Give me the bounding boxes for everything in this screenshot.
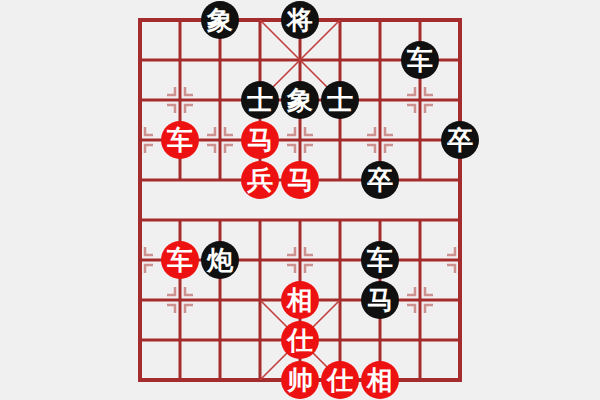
piece-black-chariot[interactable]: 车 (401, 41, 439, 79)
piece-red-advisor[interactable]: 仕 (281, 321, 319, 359)
board-point: 卒 (440, 120, 480, 160)
board-point: 卒 (360, 160, 400, 200)
piece-black-chariot[interactable]: 车 (361, 241, 399, 279)
piece-black-general[interactable]: 将 (281, 1, 319, 39)
board-point: 士 (320, 80, 360, 120)
board-point: 士 (240, 80, 280, 120)
board-point: 帅 (280, 360, 320, 400)
piece-red-general[interactable]: 帅 (281, 361, 319, 399)
piece-red-horse[interactable]: 马 (241, 121, 279, 159)
board-point: 仕 (280, 320, 320, 360)
board-point: 相 (280, 280, 320, 320)
piece-red-chariot[interactable]: 车 (161, 121, 199, 159)
piece-black-horse[interactable]: 马 (361, 281, 399, 319)
piece-red-soldier[interactable]: 兵 (241, 161, 279, 199)
piece-red-horse[interactable]: 马 (281, 161, 319, 199)
piece-black-soldier[interactable]: 卒 (441, 121, 479, 159)
board-point: 马 (240, 120, 280, 160)
piece-black-advisor[interactable]: 士 (321, 81, 359, 119)
board-point: 炮 (200, 240, 240, 280)
board-point: 车 (400, 40, 440, 80)
board-point: 仕 (320, 360, 360, 400)
piece-black-soldier[interactable]: 卒 (361, 161, 399, 199)
board-point: 车 (160, 240, 200, 280)
board-point: 相 (360, 360, 400, 400)
board-point: 象 (200, 0, 240, 40)
piece-red-advisor[interactable]: 仕 (321, 361, 359, 399)
board-point: 车 (360, 240, 400, 280)
piece-red-elephant[interactable]: 相 (361, 361, 399, 399)
piece-red-elephant[interactable]: 相 (281, 281, 319, 319)
piece-black-cannon[interactable]: 炮 (201, 241, 239, 279)
piece-black-elephant[interactable]: 象 (201, 1, 239, 39)
board-point: 马 (280, 160, 320, 200)
board-point: 象 (280, 80, 320, 120)
board-pieces-grid: 象将车士象士车马卒兵马卒车炮车相马仕帅仕相 (120, 0, 480, 400)
board-point: 兵 (240, 160, 280, 200)
board-point: 车 (160, 120, 200, 160)
piece-red-chariot[interactable]: 车 (161, 241, 199, 279)
xiangqi-board: 象将车士象士车马卒兵马卒车炮车相马仕帅仕相 (0, 0, 600, 400)
piece-black-advisor[interactable]: 士 (241, 81, 279, 119)
board-point: 马 (360, 280, 400, 320)
board-point: 将 (280, 0, 320, 40)
piece-black-elephant[interactable]: 象 (281, 81, 319, 119)
